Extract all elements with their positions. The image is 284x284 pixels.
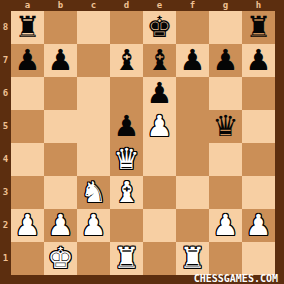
piece-white-pawn: ♟ [242, 209, 275, 242]
square-e6: ♟ [143, 77, 176, 110]
rank-label-8: 8 [0, 11, 11, 44]
piece-black-pawn: ♟ [176, 44, 209, 77]
square-b4 [44, 143, 77, 176]
square-e7: ♝ [143, 44, 176, 77]
piece-black-pawn: ♟ [110, 110, 143, 143]
piece-black-pawn: ♟ [242, 44, 275, 77]
rank-label-1: 1 [0, 242, 11, 275]
square-c5 [77, 110, 110, 143]
square-e4 [143, 143, 176, 176]
piece-white-pawn: ♟ [11, 209, 44, 242]
square-f2 [176, 209, 209, 242]
square-a4 [11, 143, 44, 176]
square-a3 [11, 176, 44, 209]
chessgames-brand: CHESSGAMES.COM [194, 274, 278, 284]
chess-board: ♜♚♜♟♟♝♝♟♟♟♟♟♟♛♛♞♝♟♟♟♟♟♚♜♜ [11, 11, 275, 275]
piece-white-king: ♚ [44, 242, 77, 275]
square-e1 [143, 242, 176, 275]
square-c7 [77, 44, 110, 77]
piece-black-bishop: ♝ [143, 44, 176, 77]
square-h3 [242, 176, 275, 209]
file-label-d: d [110, 0, 143, 11]
square-h6 [242, 77, 275, 110]
square-f5 [176, 110, 209, 143]
square-d1: ♜ [110, 242, 143, 275]
square-d2 [110, 209, 143, 242]
square-b3 [44, 176, 77, 209]
square-c6 [77, 77, 110, 110]
square-g8 [209, 11, 242, 44]
square-g2: ♟ [209, 209, 242, 242]
square-h7: ♟ [242, 44, 275, 77]
rank-labels: 87654321 [0, 11, 11, 275]
square-g3 [209, 176, 242, 209]
square-d8 [110, 11, 143, 44]
square-d3: ♝ [110, 176, 143, 209]
square-e3 [143, 176, 176, 209]
file-label-f: f [176, 0, 209, 11]
square-c3: ♞ [77, 176, 110, 209]
square-h4 [242, 143, 275, 176]
square-d5: ♟ [110, 110, 143, 143]
square-e2 [143, 209, 176, 242]
square-f1: ♜ [176, 242, 209, 275]
square-h2: ♟ [242, 209, 275, 242]
square-e5: ♟ [143, 110, 176, 143]
square-b2: ♟ [44, 209, 77, 242]
square-a6 [11, 77, 44, 110]
square-b7: ♟ [44, 44, 77, 77]
file-label-g: g [209, 0, 242, 11]
square-h5 [242, 110, 275, 143]
piece-white-pawn: ♟ [209, 209, 242, 242]
board-frame: abcdefgh 87654321 ♜♚♜♟♟♝♝♟♟♟♟♟♟♛♛♞♝♟♟♟♟♟… [0, 0, 284, 284]
square-d6 [110, 77, 143, 110]
square-f8 [176, 11, 209, 44]
square-f6 [176, 77, 209, 110]
rank-label-3: 3 [0, 176, 11, 209]
square-h1 [242, 242, 275, 275]
rank-label-2: 2 [0, 209, 11, 242]
piece-black-rook: ♜ [242, 11, 275, 44]
square-a5 [11, 110, 44, 143]
piece-black-rook: ♜ [11, 11, 44, 44]
piece-black-queen: ♛ [209, 110, 242, 143]
square-g7: ♟ [209, 44, 242, 77]
piece-white-bishop: ♝ [110, 176, 143, 209]
square-c4 [77, 143, 110, 176]
piece-white-pawn: ♟ [44, 209, 77, 242]
rank-label-7: 7 [0, 44, 11, 77]
rank-label-6: 6 [0, 77, 11, 110]
square-g1 [209, 242, 242, 275]
square-b8 [44, 11, 77, 44]
square-b1: ♚ [44, 242, 77, 275]
piece-black-king: ♚ [143, 11, 176, 44]
square-d4: ♛ [110, 143, 143, 176]
piece-black-pawn: ♟ [44, 44, 77, 77]
square-a8: ♜ [11, 11, 44, 44]
square-b6 [44, 77, 77, 110]
piece-white-knight: ♞ [77, 176, 110, 209]
piece-black-bishop: ♝ [110, 44, 143, 77]
square-h8: ♜ [242, 11, 275, 44]
square-c2: ♟ [77, 209, 110, 242]
square-c1 [77, 242, 110, 275]
square-b5 [44, 110, 77, 143]
square-f7: ♟ [176, 44, 209, 77]
square-d7: ♝ [110, 44, 143, 77]
piece-white-queen: ♛ [110, 143, 143, 176]
piece-white-pawn: ♟ [77, 209, 110, 242]
piece-black-pawn: ♟ [209, 44, 242, 77]
file-labels: abcdefgh [11, 0, 275, 11]
square-f3 [176, 176, 209, 209]
piece-white-rook: ♜ [110, 242, 143, 275]
rank-label-4: 4 [0, 143, 11, 176]
square-g6 [209, 77, 242, 110]
piece-black-pawn: ♟ [11, 44, 44, 77]
square-f4 [176, 143, 209, 176]
square-g4 [209, 143, 242, 176]
file-label-b: b [44, 0, 77, 11]
square-g5: ♛ [209, 110, 242, 143]
square-c8 [77, 11, 110, 44]
square-a1 [11, 242, 44, 275]
square-a7: ♟ [11, 44, 44, 77]
rank-label-5: 5 [0, 110, 11, 143]
piece-white-pawn: ♟ [143, 110, 176, 143]
square-a2: ♟ [11, 209, 44, 242]
piece-black-pawn: ♟ [143, 77, 176, 110]
piece-white-rook: ♜ [176, 242, 209, 275]
file-label-c: c [77, 0, 110, 11]
square-e8: ♚ [143, 11, 176, 44]
